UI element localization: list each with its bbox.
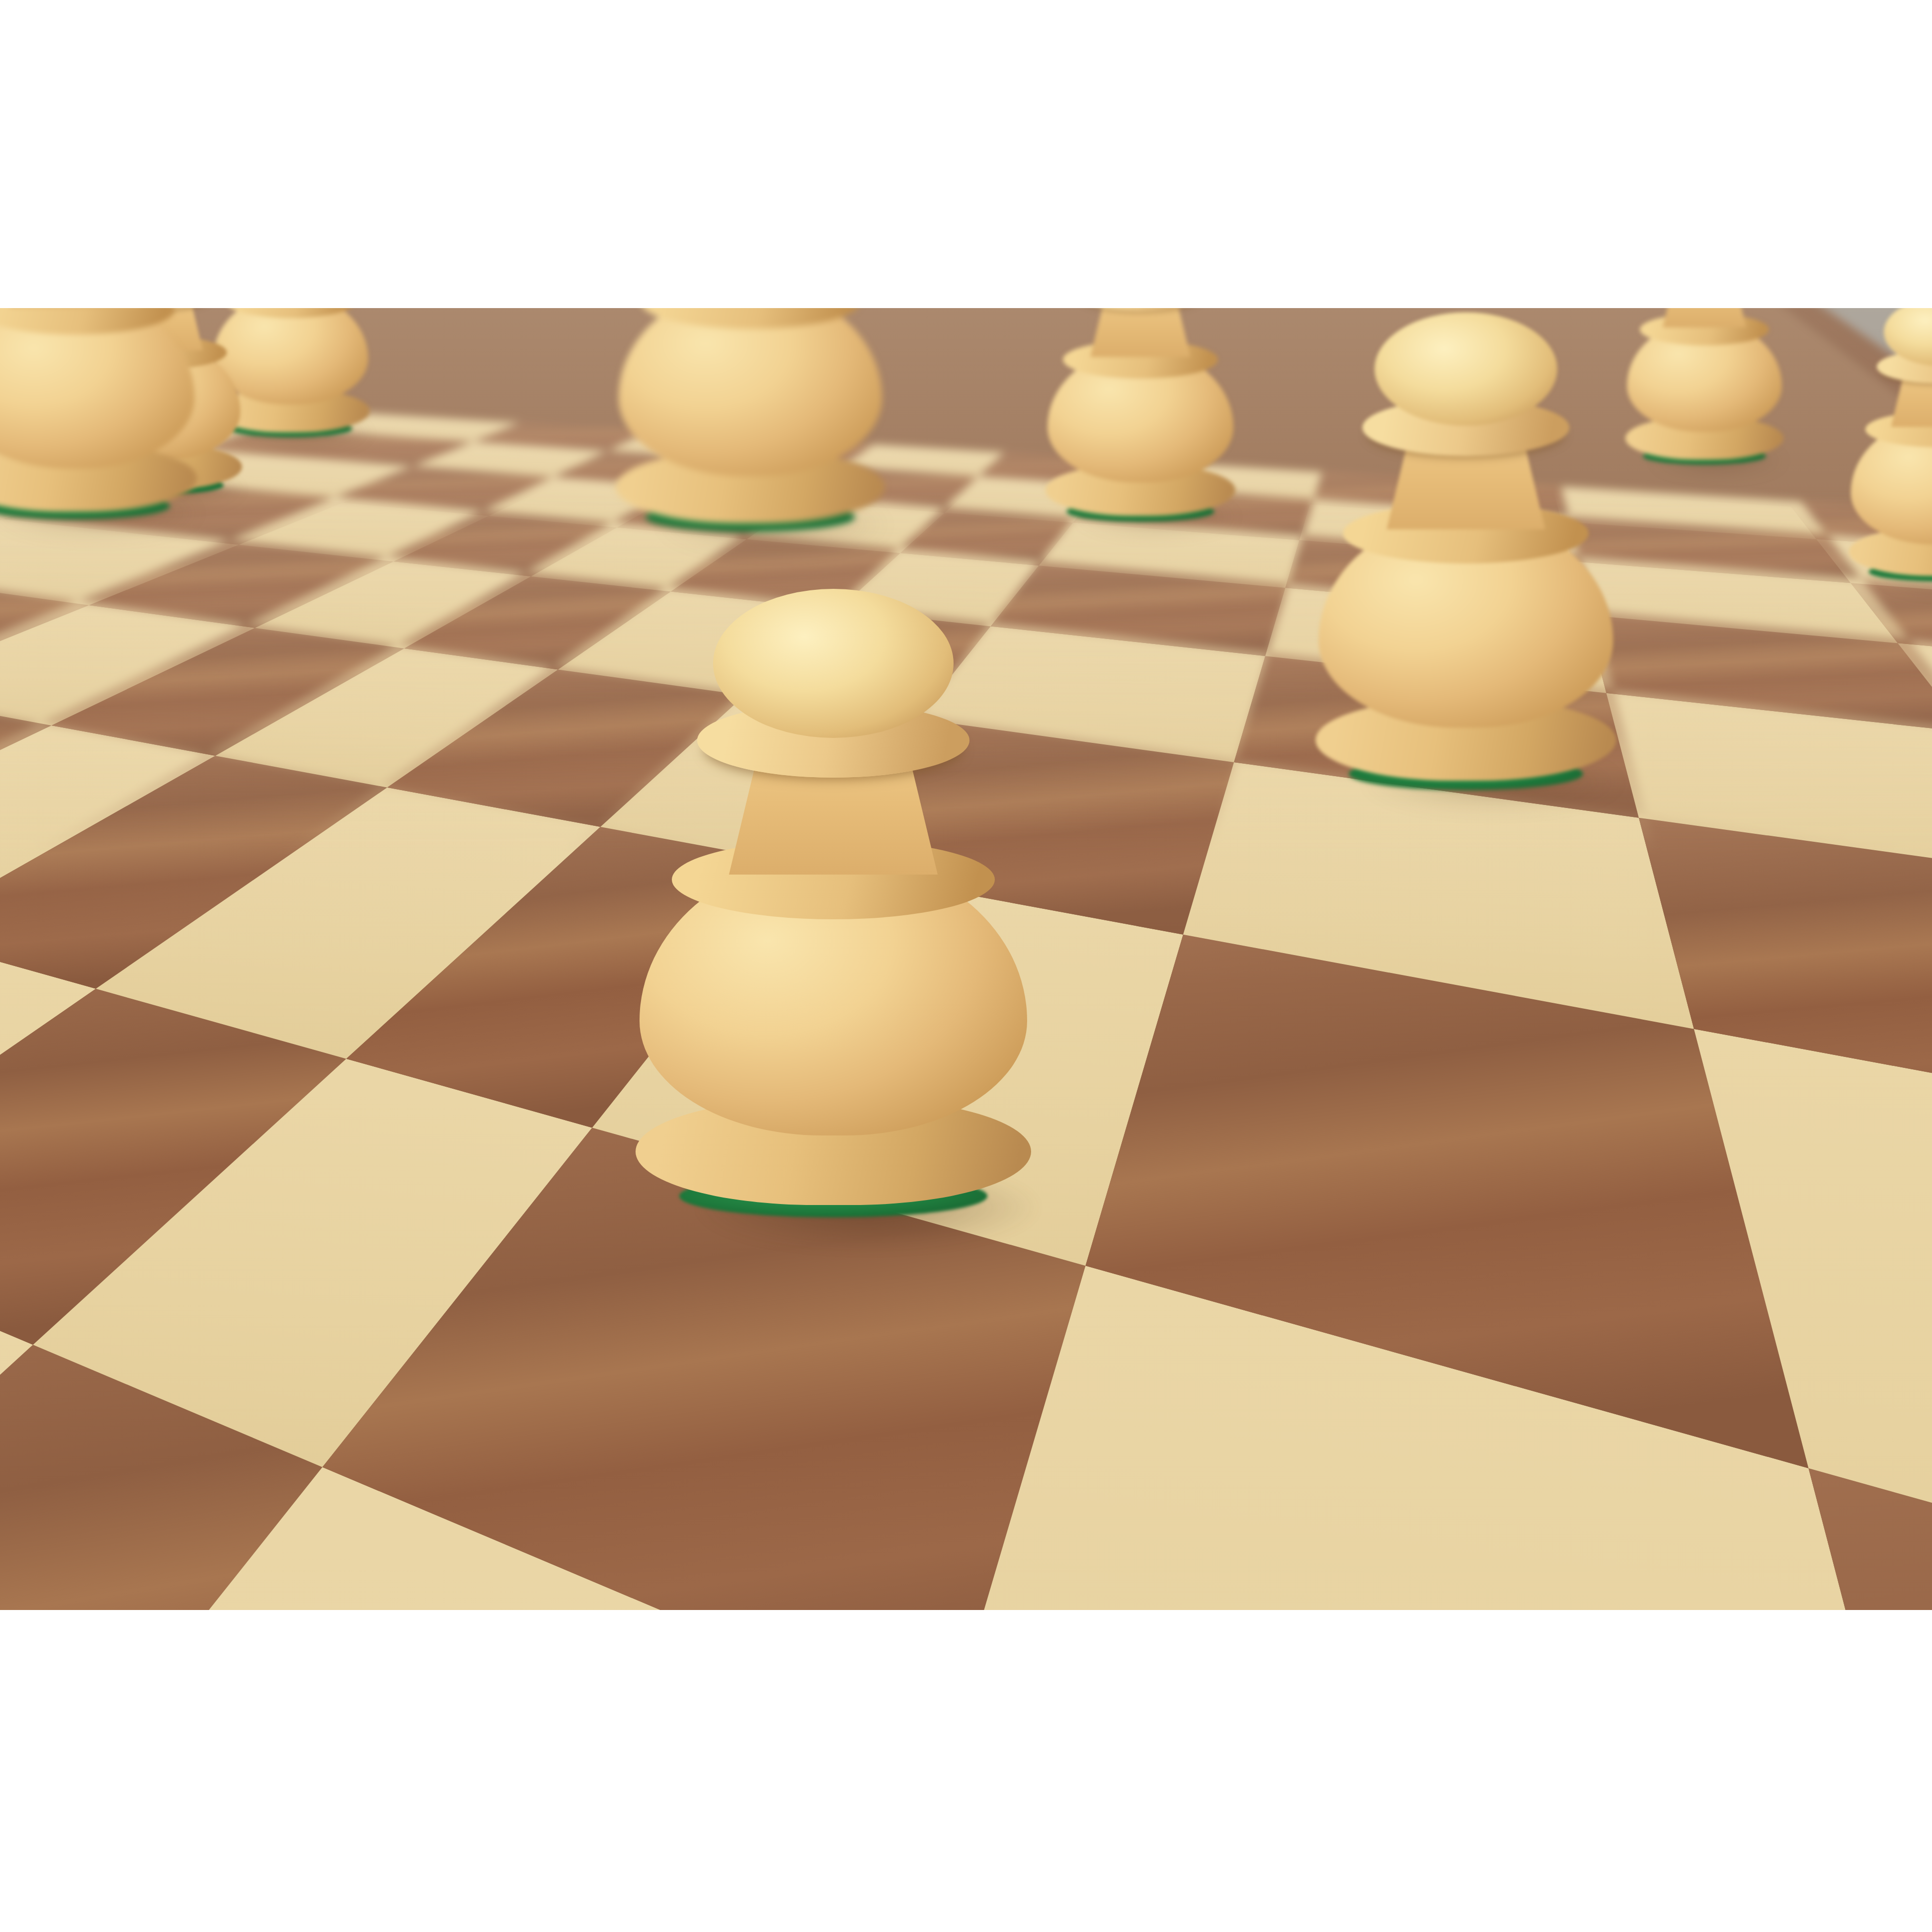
- white-pawn-g7: ♙: [1624, 308, 1785, 465]
- white-pawn-f6: ♙: [1313, 311, 1619, 790]
- white-pawn-e7-neck: [1090, 308, 1191, 357]
- white-pawn-h7: ♙: [1848, 308, 1932, 581]
- white-pawn-d7: ♙: [614, 308, 887, 532]
- page: { "meta": { "scene": "close-up photograp…: [0, 0, 1932, 1932]
- white-pawn-a7: ♙: [0, 308, 199, 519]
- white-pawn-e7: ♙: [1044, 308, 1237, 522]
- white-pawn-f6-ball: [1374, 313, 1557, 426]
- white-pawn-g7-neck: [1663, 308, 1746, 327]
- white-pawn-d4: ♙: [632, 586, 1035, 1217]
- white-pawn-e7-collar: [1075, 308, 1206, 311]
- letterbox-bottom: [0, 1610, 1932, 1932]
- letterbox-top: [0, 0, 1932, 308]
- white-pawn-d4-ball: [713, 589, 954, 738]
- white-pawn-d7-bulb: [619, 308, 882, 476]
- chess-photo: ♙♙♙♙♙♙♙♙♙: [0, 308, 1932, 1610]
